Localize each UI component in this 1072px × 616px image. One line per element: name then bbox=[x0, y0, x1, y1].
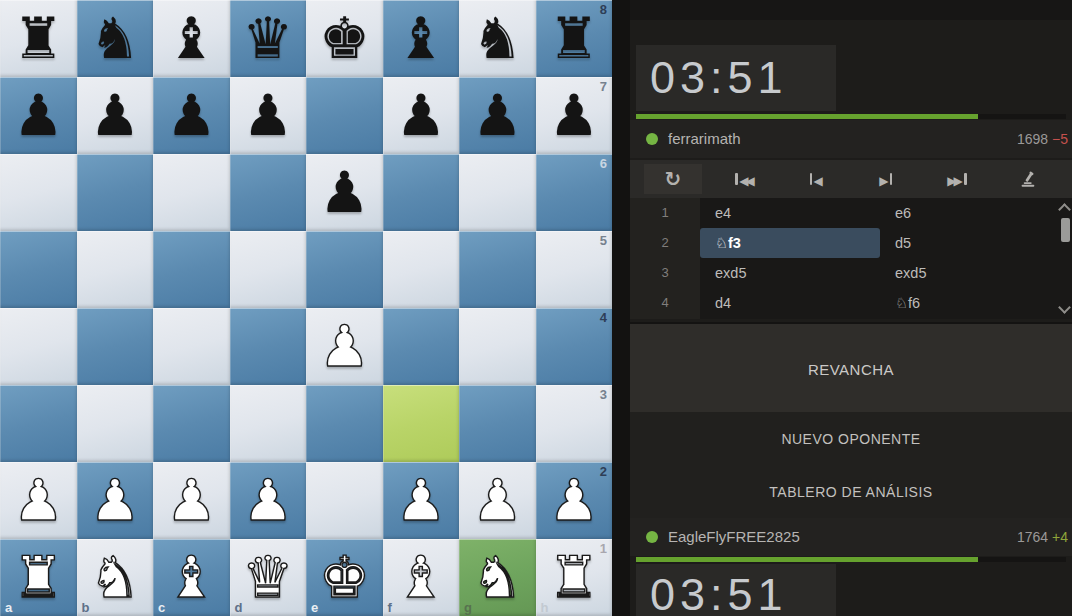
square-h3[interactable]: 3 bbox=[536, 385, 613, 462]
first-move-button[interactable]: ◀◀ bbox=[715, 164, 773, 194]
opponent-rating: 1698 −5 bbox=[1017, 120, 1068, 158]
square-e7[interactable] bbox=[306, 77, 383, 154]
white-move-3[interactable]: exd5 bbox=[700, 258, 880, 288]
square-g8[interactable]: ♞ bbox=[459, 0, 536, 77]
square-a3[interactable] bbox=[0, 385, 77, 462]
square-b3[interactable] bbox=[77, 385, 154, 462]
square-g2[interactable]: ♟ bbox=[459, 462, 536, 539]
file-label: h bbox=[541, 600, 549, 615]
player-row: EagleFlyFREE2825 1764 +4 bbox=[630, 518, 1072, 556]
player-clock-time: 03:51 bbox=[636, 564, 836, 616]
square-d4[interactable] bbox=[230, 308, 307, 385]
player-rating-value: 1764 bbox=[1017, 529, 1048, 545]
last-move-button[interactable]: ▶▶ bbox=[929, 164, 987, 194]
online-dot bbox=[646, 133, 658, 145]
square-a6[interactable] bbox=[0, 154, 77, 231]
move-navigation-bar: ↻ ◀◀ ◀ ▶ ▶▶ bbox=[630, 160, 1072, 198]
square-b8[interactable]: ♞ bbox=[77, 0, 154, 77]
flip-board-button[interactable]: ↻ bbox=[644, 164, 702, 194]
analysis-board-button[interactable] bbox=[1000, 164, 1058, 194]
post-game-actions: NUEVO OPONENTE TABLERO DE ANÁLISIS bbox=[630, 412, 1072, 518]
online-dot bbox=[646, 531, 658, 543]
previous-move-button[interactable]: ◀ bbox=[786, 164, 844, 194]
square-g6[interactable] bbox=[459, 154, 536, 231]
player-name[interactable]: EagleFlyFREE2825 bbox=[668, 518, 800, 556]
square-e6[interactable]: ♟ bbox=[306, 154, 383, 231]
square-d5[interactable] bbox=[230, 231, 307, 308]
square-e5[interactable] bbox=[306, 231, 383, 308]
square-f6[interactable] bbox=[383, 154, 460, 231]
panel-top-strip bbox=[630, 0, 1072, 20]
player-time-bar bbox=[636, 557, 1066, 562]
square-e2[interactable] bbox=[306, 462, 383, 539]
rank-label: 5 bbox=[600, 233, 607, 248]
flip-board-icon: ↻ bbox=[665, 169, 682, 189]
square-c5[interactable] bbox=[153, 231, 230, 308]
file-label: f bbox=[388, 600, 392, 615]
square-f2[interactable]: ♟ bbox=[383, 462, 460, 539]
black-pawn[interactable]: ♟ bbox=[0, 77, 77, 154]
square-f8[interactable]: ♝ bbox=[383, 0, 460, 77]
square-h7[interactable]: ♟7 bbox=[536, 77, 613, 154]
move-row: 1e4e6 bbox=[630, 198, 1072, 228]
square-f3[interactable] bbox=[383, 385, 460, 462]
player-time-bar-fill bbox=[636, 557, 978, 562]
square-c7[interactable]: ♟ bbox=[153, 77, 230, 154]
white-move-4[interactable]: d4 bbox=[700, 288, 880, 318]
square-a4[interactable] bbox=[0, 308, 77, 385]
black-move-2[interactable]: d5 bbox=[880, 228, 1058, 258]
square-g5[interactable] bbox=[459, 231, 536, 308]
opponent-player-row: ferrarimath 1698 −5 bbox=[630, 120, 1072, 158]
square-c3[interactable] bbox=[153, 385, 230, 462]
opponent-time-bar-fill bbox=[636, 114, 978, 119]
square-c4[interactable] bbox=[153, 308, 230, 385]
square-h1[interactable]: ♜1h bbox=[536, 539, 613, 616]
square-c1[interactable]: ♝c bbox=[153, 539, 230, 616]
chess-board[interactable]: ♜♞♝♛♚♝♞♜8♟♟♟♟♟♟♟7♟65♟43♟♟♟♟♟♟♟2♜a♞b♝c♛d♚… bbox=[0, 0, 612, 616]
square-g3[interactable] bbox=[459, 385, 536, 462]
white-move-2[interactable]: ♘f3 bbox=[700, 228, 880, 258]
analysis-board-link[interactable]: TABLERO DE ANÁLISIS bbox=[630, 465, 1072, 518]
square-c8[interactable]: ♝ bbox=[153, 0, 230, 77]
opponent-rating-diff: −5 bbox=[1052, 131, 1068, 147]
black-move-4[interactable]: ♘f6 bbox=[880, 288, 1058, 318]
square-d1[interactable]: ♛d bbox=[230, 539, 307, 616]
rank-label: 4 bbox=[600, 310, 607, 325]
move-number: 4 bbox=[630, 288, 700, 318]
last-move-icon: ▶▶ bbox=[947, 170, 968, 189]
square-b6[interactable] bbox=[77, 154, 154, 231]
move-list-scrollbar[interactable] bbox=[1059, 202, 1071, 315]
player-clock: 03:51 bbox=[636, 564, 836, 616]
black-queen[interactable]: ♛ bbox=[230, 0, 307, 77]
rank-label: 8 bbox=[600, 2, 607, 17]
square-h2[interactable]: ♟2 bbox=[536, 462, 613, 539]
move-row: 4d4♘f6 bbox=[630, 288, 1072, 318]
file-label: a bbox=[5, 600, 12, 615]
white-pawn[interactable]: ♟ bbox=[383, 462, 460, 539]
scrollbar-thumb[interactable] bbox=[1061, 218, 1070, 242]
file-label: g bbox=[464, 600, 472, 615]
square-h5[interactable]: 5 bbox=[536, 231, 613, 308]
white-pawn[interactable]: ♟ bbox=[0, 462, 77, 539]
move-row: 3exd5exd5 bbox=[630, 258, 1072, 288]
white-move-1[interactable]: e4 bbox=[700, 198, 880, 228]
black-rook[interactable]: ♜ bbox=[0, 0, 77, 77]
square-b7[interactable]: ♟ bbox=[77, 77, 154, 154]
opponent-time-bar bbox=[636, 114, 1066, 119]
file-label: b bbox=[82, 600, 90, 615]
square-g1[interactable]: ♞g bbox=[459, 539, 536, 616]
player-rating-diff: +4 bbox=[1052, 529, 1068, 545]
square-g4[interactable] bbox=[459, 308, 536, 385]
white-pawn[interactable]: ♟ bbox=[230, 462, 307, 539]
file-label: e bbox=[311, 600, 318, 615]
square-f1[interactable]: ♝f bbox=[383, 539, 460, 616]
square-a5[interactable] bbox=[0, 231, 77, 308]
rematch-button[interactable]: REVANCHA bbox=[630, 322, 1072, 414]
file-label: d bbox=[235, 600, 243, 615]
black-pawn[interactable]: ♟ bbox=[459, 77, 536, 154]
previous-move-icon: ◀ bbox=[808, 170, 823, 189]
game-side-panel: 03:51 ferrarimath 1698 −5 ↻ ◀◀ ◀ ▶ ▶▶ bbox=[630, 0, 1072, 616]
black-pawn[interactable]: ♟ bbox=[306, 154, 383, 231]
square-h6[interactable]: 6 bbox=[536, 154, 613, 231]
square-e4[interactable]: ♟ bbox=[306, 308, 383, 385]
square-b4[interactable] bbox=[77, 308, 154, 385]
chess-game-screen: ♜♞♝♛♚♝♞♜8♟♟♟♟♟♟♟7♟65♟43♟♟♟♟♟♟♟2♜a♞b♝c♛d♚… bbox=[0, 0, 1072, 616]
square-e3[interactable] bbox=[306, 385, 383, 462]
black-pawn[interactable]: ♟ bbox=[383, 77, 460, 154]
square-b5[interactable] bbox=[77, 231, 154, 308]
next-move-button[interactable]: ▶ bbox=[858, 164, 916, 194]
square-d2[interactable]: ♟ bbox=[230, 462, 307, 539]
square-e1[interactable]: ♚e bbox=[306, 539, 383, 616]
white-pawn[interactable]: ♟ bbox=[459, 462, 536, 539]
square-f4[interactable] bbox=[383, 308, 460, 385]
black-bishop[interactable]: ♝ bbox=[383, 0, 460, 77]
opponent-clock-time: 03:51 bbox=[636, 45, 836, 111]
move-row: 2♘f3d5 bbox=[630, 228, 1072, 258]
player-rating: 1764 +4 bbox=[1017, 518, 1068, 556]
square-g7[interactable]: ♟ bbox=[459, 77, 536, 154]
black-pawn[interactable]: ♟ bbox=[77, 77, 154, 154]
microscope-icon bbox=[1020, 171, 1037, 188]
square-d8[interactable]: ♛ bbox=[230, 0, 307, 77]
square-h4[interactable]: 4 bbox=[536, 308, 613, 385]
black-king[interactable]: ♚ bbox=[306, 0, 383, 77]
rank-label: 1 bbox=[600, 541, 607, 556]
rank-label: 7 bbox=[600, 79, 607, 94]
rank-label: 6 bbox=[600, 156, 607, 171]
scroll-up-icon[interactable] bbox=[1058, 203, 1071, 216]
file-label: c bbox=[158, 600, 165, 615]
opponent-rating-value: 1698 bbox=[1017, 131, 1048, 147]
square-b2[interactable]: ♟ bbox=[77, 462, 154, 539]
square-a2[interactable]: ♟ bbox=[0, 462, 77, 539]
square-c2[interactable]: ♟ bbox=[153, 462, 230, 539]
square-a7[interactable]: ♟ bbox=[0, 77, 77, 154]
white-bishop[interactable]: ♝ bbox=[383, 539, 460, 616]
black-pawn[interactable]: ♟ bbox=[230, 77, 307, 154]
square-c6[interactable] bbox=[153, 154, 230, 231]
square-d7[interactable]: ♟ bbox=[230, 77, 307, 154]
move-number: 3 bbox=[630, 258, 700, 288]
rank-label: 2 bbox=[600, 464, 607, 479]
square-f5[interactable] bbox=[383, 231, 460, 308]
square-d3[interactable] bbox=[230, 385, 307, 462]
black-move-3[interactable]: exd5 bbox=[880, 258, 1058, 288]
move-number: 1 bbox=[630, 198, 700, 228]
square-a8[interactable]: ♜ bbox=[0, 0, 77, 77]
white-pawn[interactable]: ♟ bbox=[306, 308, 383, 385]
new-opponent-button[interactable]: NUEVO OPONENTE bbox=[630, 412, 1072, 465]
opponent-clock: 03:51 bbox=[636, 45, 836, 111]
square-h8[interactable]: ♜8 bbox=[536, 0, 613, 77]
black-bishop[interactable]: ♝ bbox=[153, 0, 230, 77]
square-f7[interactable]: ♟ bbox=[383, 77, 460, 154]
opponent-name[interactable]: ferrarimath bbox=[668, 120, 741, 158]
square-a1[interactable]: ♜a bbox=[0, 539, 77, 616]
square-b1[interactable]: ♞b bbox=[77, 539, 154, 616]
rank-label: 3 bbox=[600, 387, 607, 402]
black-move-1[interactable]: e6 bbox=[880, 198, 1058, 228]
white-pawn[interactable]: ♟ bbox=[77, 462, 154, 539]
white-pawn[interactable]: ♟ bbox=[153, 462, 230, 539]
square-d6[interactable] bbox=[230, 154, 307, 231]
black-knight[interactable]: ♞ bbox=[77, 0, 154, 77]
move-list: 1e4e62♘f3d53exd5exd54d4♘f6 bbox=[630, 198, 1072, 319]
scroll-down-icon[interactable] bbox=[1058, 301, 1071, 314]
next-move-icon: ▶ bbox=[879, 170, 894, 189]
black-knight[interactable]: ♞ bbox=[459, 0, 536, 77]
move-number: 2 bbox=[630, 228, 700, 258]
square-e8[interactable]: ♚ bbox=[306, 0, 383, 77]
first-move-icon: ◀◀ bbox=[734, 170, 755, 189]
black-pawn[interactable]: ♟ bbox=[153, 77, 230, 154]
